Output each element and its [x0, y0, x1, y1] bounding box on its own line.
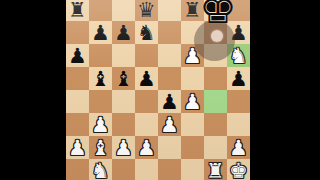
square-e5[interactable] — [158, 67, 181, 90]
black-pawn[interactable]: ♟ — [135, 67, 158, 90]
square-h3[interactable] — [227, 113, 250, 136]
square-c7[interactable]: ♟ — [112, 21, 135, 44]
black-bishop[interactable]: ♝ — [89, 67, 112, 90]
black-bishop[interactable]: ♝ — [112, 67, 135, 90]
square-b2[interactable]: ♝ — [89, 136, 112, 159]
black-queen[interactable]: ♛ — [135, 0, 158, 21]
square-f1[interactable] — [181, 159, 204, 180]
white-knight[interactable]: ♞ — [89, 159, 112, 180]
square-d2[interactable]: ♟ — [135, 136, 158, 159]
black-pawn[interactable]: ♟ — [158, 90, 181, 113]
white-pawn[interactable]: ♟ — [66, 136, 89, 159]
square-b3[interactable]: ♟ — [89, 113, 112, 136]
dragged-black-king[interactable]: ♚ — [196, 0, 240, 31]
square-h1[interactable]: ♚ — [227, 159, 250, 180]
square-g5[interactable] — [204, 67, 227, 90]
square-g1[interactable]: ♜ — [204, 159, 227, 180]
square-a5[interactable] — [66, 67, 89, 90]
square-d1[interactable] — [135, 159, 158, 180]
square-b5[interactable]: ♝ — [89, 67, 112, 90]
square-e8[interactable] — [158, 0, 181, 21]
white-pawn[interactable]: ♟ — [112, 136, 135, 159]
white-pawn[interactable]: ♟ — [227, 136, 250, 159]
white-pawn[interactable]: ♟ — [158, 113, 181, 136]
square-f4[interactable]: ♟ — [181, 90, 204, 113]
square-d8[interactable]: ♛ — [135, 0, 158, 21]
square-f3[interactable] — [181, 113, 204, 136]
square-a1[interactable] — [66, 159, 89, 180]
square-b8[interactable] — [89, 0, 112, 21]
square-g4[interactable] — [204, 90, 227, 113]
square-e3[interactable]: ♟ — [158, 113, 181, 136]
white-king[interactable]: ♚ — [227, 159, 250, 180]
square-d4[interactable] — [135, 90, 158, 113]
square-a2[interactable]: ♟ — [66, 136, 89, 159]
square-f2[interactable] — [181, 136, 204, 159]
square-e1[interactable] — [158, 159, 181, 180]
square-d6[interactable] — [135, 44, 158, 67]
black-pawn[interactable]: ♟ — [227, 67, 250, 90]
black-pawn[interactable]: ♟ — [66, 44, 89, 67]
video-frame: ♜♛♜♟♟♞♟♟♟♞♝♝♟♟♟♟♟♟♟♝♟♟♟♞♜♚ ♚ — [0, 0, 320, 180]
square-c2[interactable]: ♟ — [112, 136, 135, 159]
square-b1[interactable]: ♞ — [89, 159, 112, 180]
black-rook[interactable]: ♜ — [66, 0, 89, 21]
black-pawn[interactable]: ♟ — [89, 21, 112, 44]
white-pawn[interactable]: ♟ — [135, 136, 158, 159]
square-a4[interactable] — [66, 90, 89, 113]
square-e2[interactable] — [158, 136, 181, 159]
black-pawn[interactable]: ♟ — [112, 21, 135, 44]
square-b7[interactable]: ♟ — [89, 21, 112, 44]
square-h5[interactable]: ♟ — [227, 67, 250, 90]
black-knight[interactable]: ♞ — [135, 21, 158, 44]
square-a6[interactable]: ♟ — [66, 44, 89, 67]
white-pawn[interactable]: ♟ — [181, 90, 204, 113]
square-d5[interactable]: ♟ — [135, 67, 158, 90]
square-f5[interactable] — [181, 67, 204, 90]
square-e4[interactable]: ♟ — [158, 90, 181, 113]
square-c6[interactable] — [112, 44, 135, 67]
square-e7[interactable] — [158, 21, 181, 44]
square-h4[interactable] — [227, 90, 250, 113]
square-d7[interactable]: ♞ — [135, 21, 158, 44]
square-c1[interactable] — [112, 159, 135, 180]
square-g3[interactable] — [204, 113, 227, 136]
square-c5[interactable]: ♝ — [112, 67, 135, 90]
letterbox-left — [0, 0, 66, 180]
square-b6[interactable] — [89, 44, 112, 67]
white-pawn[interactable]: ♟ — [89, 113, 112, 136]
square-a3[interactable] — [66, 113, 89, 136]
square-g2[interactable] — [204, 136, 227, 159]
square-a7[interactable] — [66, 21, 89, 44]
square-c8[interactable] — [112, 0, 135, 21]
square-c3[interactable] — [112, 113, 135, 136]
letterbox-right — [250, 0, 320, 180]
white-rook[interactable]: ♜ — [204, 159, 227, 180]
square-c4[interactable] — [112, 90, 135, 113]
white-bishop[interactable]: ♝ — [89, 136, 112, 159]
square-b4[interactable] — [89, 90, 112, 113]
square-h2[interactable]: ♟ — [227, 136, 250, 159]
square-d3[interactable] — [135, 113, 158, 136]
square-e6[interactable] — [158, 44, 181, 67]
square-a8[interactable]: ♜ — [66, 0, 89, 21]
